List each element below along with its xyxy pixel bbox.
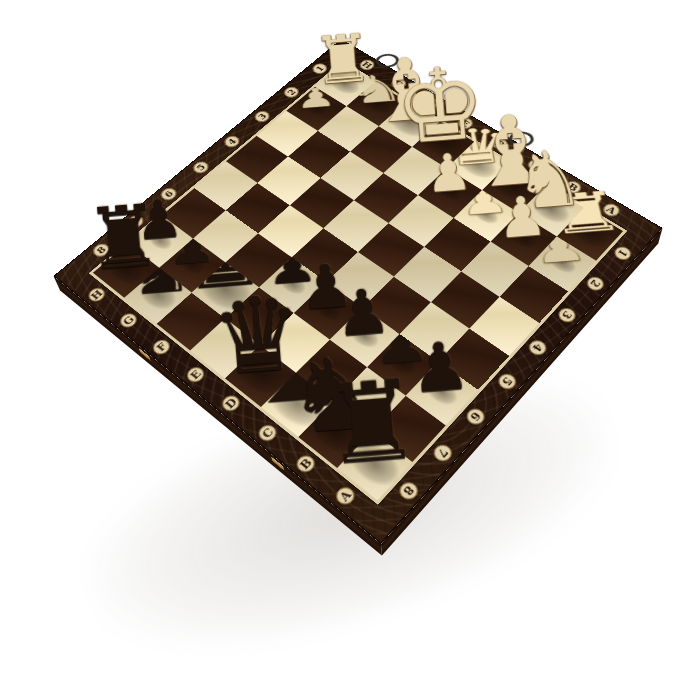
coordinate-label-8: 8 <box>395 479 421 503</box>
white-pawn: ♟ <box>424 146 474 201</box>
coordinate-label-4: 4 <box>525 338 549 359</box>
coordinate-label-G: G <box>117 311 140 331</box>
coordinate-label-A: A <box>333 484 359 508</box>
coordinate-label-1: 1 <box>611 244 634 263</box>
black-rook: ♜ <box>319 366 425 482</box>
white-pawn: ♟ <box>296 84 337 113</box>
square-c4 <box>394 247 461 302</box>
coordinate-label-3: 3 <box>555 306 579 326</box>
coordinate-label-B: B <box>293 452 319 475</box>
coordinate-label-7: 7 <box>430 442 456 465</box>
coordinate-label-H: H <box>86 285 109 304</box>
coordinate-label-2: 2 <box>583 274 606 293</box>
black-rook: ♜ <box>82 193 165 284</box>
coordinate-label-D: D <box>219 393 244 415</box>
coordinate-label-6: 6 <box>463 406 488 428</box>
photo-stage: ABCDEFGH ABCDEFGH 87654321 87654321 ♜♞♝♛… <box>0 0 700 700</box>
coordinate-label-C: C <box>255 422 280 445</box>
coordinate-label-F: F <box>150 337 174 357</box>
coordinate-label-5: 5 <box>495 371 520 393</box>
coordinate-label-E: E <box>184 364 208 385</box>
